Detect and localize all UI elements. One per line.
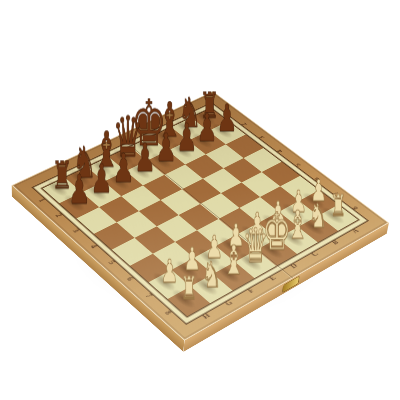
file-label-B: B	[331, 239, 341, 246]
square-e5	[179, 204, 219, 230]
rank-label-far-2: 2	[241, 122, 249, 127]
square-g5	[135, 226, 176, 253]
file-label-H: H	[201, 313, 212, 321]
knight-glyph: ♞	[202, 257, 222, 292]
square-f5	[157, 215, 197, 242]
rook-glyph: ♜	[180, 273, 197, 304]
square-f4	[139, 200, 179, 226]
file-label-F: F	[247, 287, 257, 294]
queen-glyph: ♛	[242, 222, 268, 269]
rank-label-far-4: 4	[276, 148, 284, 153]
rank-label-near-7: 7	[144, 293, 153, 299]
rank-label-far-8: 8	[352, 205, 360, 210]
rank-label-far-5: 5	[295, 162, 303, 167]
square-g4	[117, 211, 157, 238]
file-label-E: E	[268, 275, 278, 282]
rank-label-near-1: 1	[37, 198, 46, 203]
square-h5	[112, 238, 153, 266]
rank-label-near-5: 5	[106, 260, 115, 266]
rank-label-near-6: 6	[125, 276, 134, 282]
file-label-D: D	[289, 263, 299, 270]
rook-glyph: ♜	[330, 192, 346, 221]
rank-label-near-4: 4	[88, 244, 97, 250]
file-label-G: G	[224, 300, 235, 308]
knight-glyph: ♞	[309, 199, 328, 232]
square-h4	[94, 222, 135, 249]
rank-label-near-3: 3	[71, 228, 80, 234]
bishop-glyph: ♝	[223, 240, 245, 280]
product-photo-chess-set: ABCDEFGH1234567812345678 ♜♞♝♚♛♝♞♜♟♟♟♟♟♟♟…	[0, 0, 400, 400]
file-label-A: A	[351, 228, 361, 235]
rank-label-far-3: 3	[258, 135, 266, 140]
pawn-glyph: ♟	[161, 256, 179, 288]
rank-label-near-8: 8	[163, 310, 172, 316]
file-label-C: C	[310, 251, 320, 258]
pawn-glyph: ♟	[68, 169, 90, 209]
rank-label-near-2: 2	[54, 213, 63, 218]
